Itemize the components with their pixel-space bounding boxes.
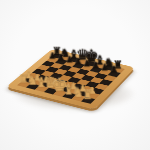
chess-set-photo: ♜♞♝♛♚♝♞♜♟♟♟♟♟♟♟♟♟♟♟♟♟♟♟♟♜♞♝♛♚♝♞♜ (0, 0, 150, 150)
piece-black-pawn: ♟ (110, 65, 118, 74)
piece-black-pawn: ♟ (101, 63, 109, 72)
square-f6 (85, 71, 98, 77)
piece-black-pawn: ♟ (92, 61, 100, 70)
piece-black-pawn: ♟ (49, 51, 57, 60)
piece-white-rook: ♜ (83, 89, 93, 101)
piece-black-pawn: ♟ (74, 57, 82, 66)
piece-black-pawn: ♟ (83, 59, 91, 68)
square-h1: ♜ (81, 97, 95, 104)
square-g6 (94, 73, 107, 79)
piece-black-pawn: ♟ (66, 55, 74, 64)
piece-black-pawn: ♟ (57, 53, 65, 62)
